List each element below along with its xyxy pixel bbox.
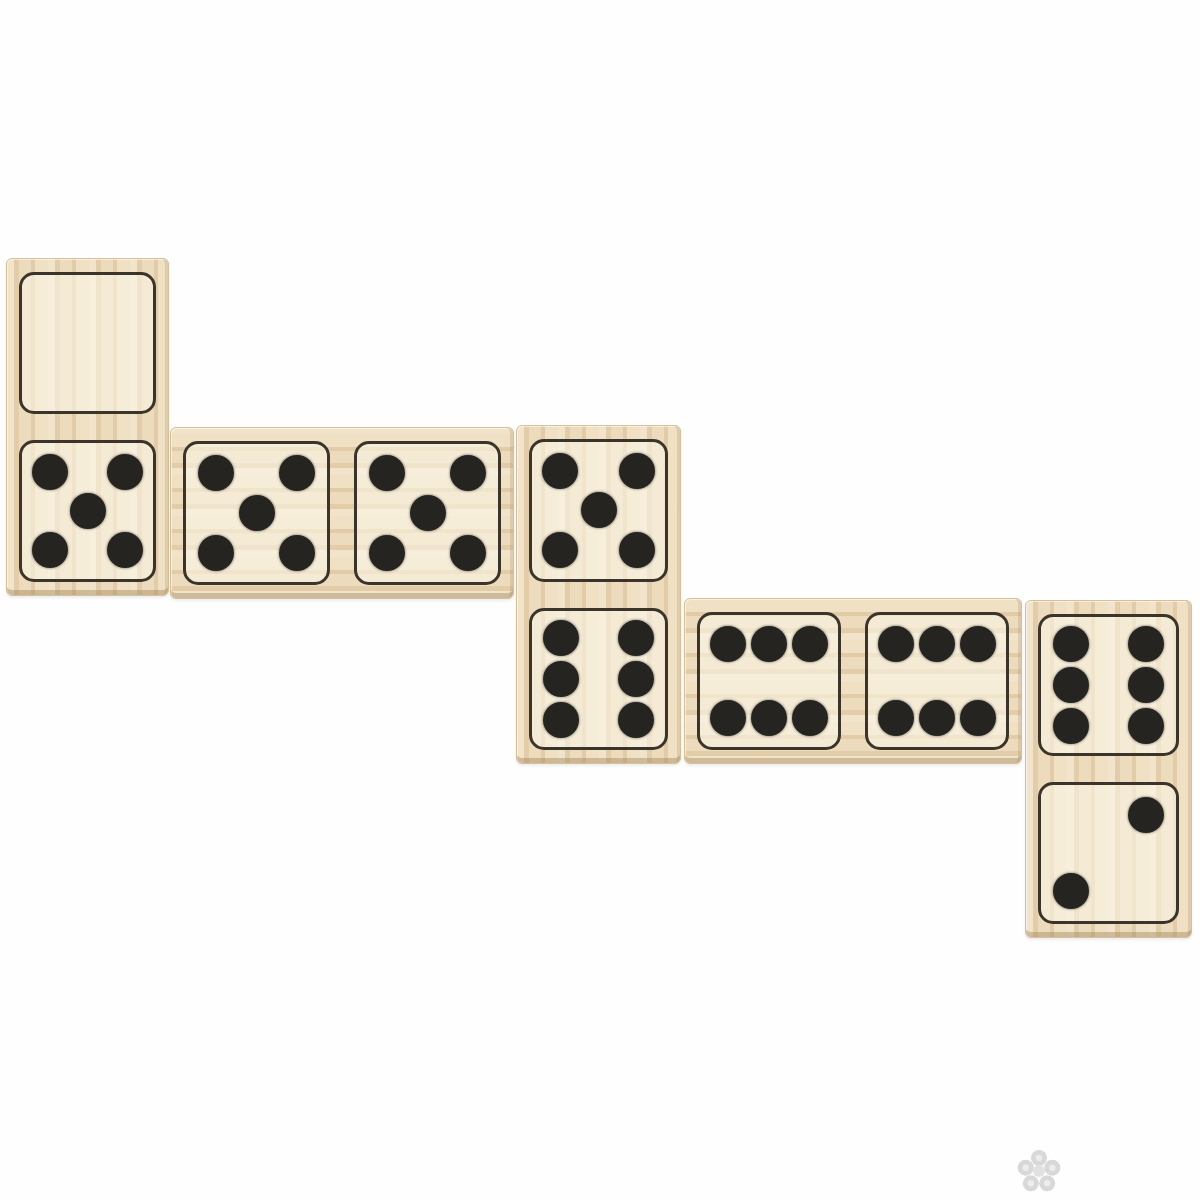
pip [1053, 873, 1089, 909]
pip [619, 532, 655, 568]
pip [960, 626, 996, 662]
domino-half-5 [171, 428, 342, 598]
domino-half-6 [517, 595, 680, 764]
domino-half-5 [342, 428, 513, 598]
pip [919, 626, 955, 662]
pip [450, 535, 486, 571]
domino-0-5[interactable] [6, 258, 169, 596]
pip [279, 535, 315, 571]
domino-5-6[interactable] [516, 425, 681, 764]
pip [581, 492, 617, 528]
pip [198, 535, 234, 571]
pip [107, 454, 143, 490]
face-outline [19, 440, 156, 582]
pip [710, 700, 746, 736]
pip [1128, 708, 1164, 744]
pip [1128, 667, 1164, 703]
face-outline [183, 441, 330, 585]
face-outline [1038, 614, 1179, 756]
pip [542, 532, 578, 568]
domino-half-6 [853, 599, 1021, 763]
pip [960, 700, 996, 736]
pip [32, 454, 68, 490]
face-outline [865, 612, 1009, 750]
pip [239, 495, 275, 531]
pip [792, 626, 828, 662]
domino-6-6[interactable] [684, 598, 1022, 764]
face-outline [1038, 782, 1179, 924]
face-outline [19, 272, 156, 414]
domino-5-5[interactable] [170, 427, 514, 599]
pip [751, 626, 787, 662]
face-outline [529, 439, 668, 582]
pip [618, 620, 654, 656]
pip [450, 455, 486, 491]
face-outline [697, 612, 841, 750]
photo-background [0, 0, 1200, 1200]
pip [618, 661, 654, 697]
pip [792, 700, 828, 736]
pip [32, 532, 68, 568]
domino-half-5 [517, 426, 680, 595]
pip [410, 495, 446, 531]
pip [543, 620, 579, 656]
pip [878, 626, 914, 662]
domino-half-2 [1026, 769, 1191, 937]
pip [70, 493, 106, 529]
watermark-flower-icon [1015, 1148, 1063, 1196]
pip [543, 702, 579, 738]
pip [369, 455, 405, 491]
pip [618, 702, 654, 738]
pip [1053, 667, 1089, 703]
pip [619, 453, 655, 489]
pip [279, 455, 315, 491]
pip [751, 700, 787, 736]
pip [107, 532, 143, 568]
domino-6-2[interactable] [1025, 600, 1192, 938]
face-outline [354, 441, 501, 585]
domino-half-6 [1026, 601, 1191, 769]
domino-half-0 [7, 259, 168, 427]
pip [919, 700, 955, 736]
pip [710, 626, 746, 662]
pip [1128, 797, 1164, 833]
pip [878, 700, 914, 736]
pip [543, 661, 579, 697]
pip [1053, 626, 1089, 662]
domino-half-5 [7, 427, 168, 595]
pip [369, 535, 405, 571]
pip [1128, 626, 1164, 662]
face-outline [529, 608, 668, 751]
pip [1053, 708, 1089, 744]
pip [198, 455, 234, 491]
pip [542, 453, 578, 489]
domino-half-6 [685, 599, 853, 763]
